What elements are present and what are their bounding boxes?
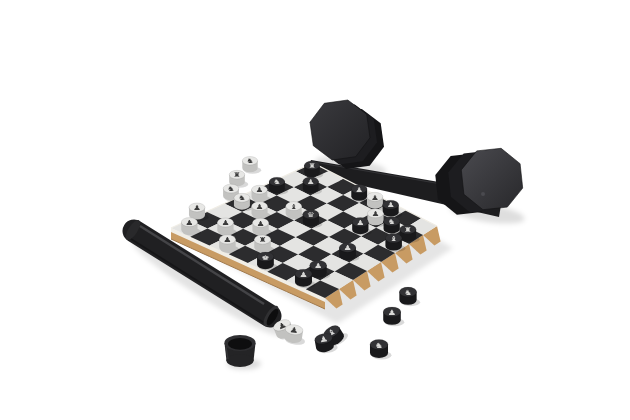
piece-symbol-P: ♟ — [256, 220, 264, 228]
piece-symbol-P: ♟ — [193, 204, 201, 212]
cup-opening — [228, 338, 252, 350]
piece-symbol-N: ♞ — [404, 288, 413, 296]
scene-svg: ♞♜♜♟♞♞♟♟♟♞♟♝♟♟♟♛♞♟♟♟♟♜♝♟♜♟♚♟♟♞♟♟♟♝♟♞ — [0, 0, 630, 420]
piece-symbol-R: ♜ — [308, 162, 316, 170]
cap-logo-mark — [481, 192, 485, 196]
piece-symbol-R: ♜ — [233, 171, 241, 179]
tube-end-cup — [224, 335, 255, 367]
piece-symbol-B: ♝ — [390, 234, 398, 242]
piece-symbol-P: ♟ — [318, 334, 328, 344]
piece-symbol-R: ♜ — [404, 225, 412, 233]
piece-symbol-P: ♟ — [356, 219, 364, 227]
piece-symbol-Q: ♛ — [307, 211, 315, 219]
piece-symbol-P: ♟ — [221, 219, 229, 227]
piece-symbol-P: ♟ — [223, 235, 231, 243]
piece-symbol-P: ♟ — [185, 219, 193, 227]
piece-symbol-N: ♞ — [238, 195, 246, 203]
piece-symbol-B: ♝ — [290, 203, 298, 211]
piece-symbol-P: ♟ — [314, 261, 322, 269]
piece-symbol-N: ♞ — [246, 157, 254, 165]
piece-symbol-P: ♟ — [387, 201, 395, 209]
piece-symbol-P: ♟ — [307, 178, 315, 186]
piece-symbol-P: ♟ — [289, 325, 299, 335]
piece-symbol-N: ♞ — [388, 218, 396, 226]
piece-symbol-P: ♟ — [355, 186, 363, 194]
piece-symbol-P: ♟ — [256, 203, 264, 211]
piece-symbol-P: ♟ — [256, 186, 264, 194]
product-photo-scene: ♞♜♜♟♞♞♟♟♟♞♟♝♟♟♟♛♞♟♟♟♟♜♝♟♜♟♚♟♟♞♟♟♟♝♟♞ — [0, 0, 630, 420]
piece-symbol-N: ♞ — [374, 341, 383, 349]
piece-symbol-N: ♞ — [227, 185, 235, 193]
piece-symbol-N: ♞ — [273, 178, 281, 186]
piece-symbol-P: ♟ — [371, 210, 379, 218]
piece-symbol-K: ♚ — [261, 253, 269, 261]
piece-symbol-P: ♟ — [388, 308, 397, 316]
piece-symbol-P: ♟ — [343, 244, 351, 252]
piece-symbol-P: ♟ — [299, 270, 308, 278]
piece-symbol-P: ♟ — [371, 194, 379, 202]
piece-symbol-R: ♜ — [258, 236, 266, 244]
